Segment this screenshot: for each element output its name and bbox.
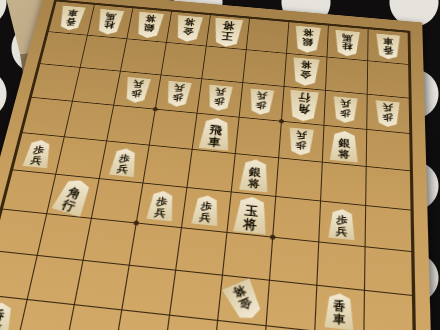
piece-kanji: 兵 (256, 91, 267, 101)
piece-kanji: 兵 (173, 83, 184, 93)
piece-kanji: 馬 (105, 11, 117, 20)
piece-kanji: 歩 (340, 108, 351, 118)
shogi-photo-scene: 歩兵歩兵 香車桂馬銀将金将王将銀将桂馬香車金将歩兵歩兵歩兵歩兵角行歩兵歩兵歩兵飛… (0, 0, 440, 330)
shogi-piece-gote-lance[interactable]: 香車 (56, 6, 85, 32)
piece-kanji: 行 (297, 92, 310, 104)
piece-kanji: 金 (299, 69, 311, 80)
pieces-layer: 香車桂馬銀将金将王将銀将桂馬香車金将歩兵歩兵歩兵歩兵角行歩兵歩兵歩兵飛車銀将歩兵… (0, 1, 415, 330)
piece-kanji: 兵 (30, 155, 43, 166)
piece-kanji: 銀 (301, 37, 312, 47)
piece-kanji: 将 (247, 177, 260, 190)
shogi-piece-sente-pawn[interactable]: 歩兵 (22, 139, 53, 168)
piece-kanji: 将 (243, 217, 258, 232)
shogi-piece-sente-pawn[interactable]: 歩兵 (109, 147, 139, 177)
piece-kanji: 銀 (142, 23, 154, 33)
shogi-piece-gote-king[interactable]: 王将 (212, 17, 244, 47)
shogi-piece-gote-pawn[interactable]: 歩兵 (333, 96, 358, 124)
shogi-piece-sente-pawn[interactable]: 歩兵 (328, 208, 355, 240)
piece-kanji: 馬 (342, 32, 352, 42)
shogi-piece-gote-pawn[interactable]: 歩兵 (164, 81, 192, 108)
piece-kanji: 金 (182, 26, 194, 36)
shogi-piece-gote-pawn[interactable]: 歩兵 (123, 77, 151, 104)
shogi-piece-gote-gold[interactable]: 金将 (291, 57, 319, 86)
piece-kanji: 歩 (295, 140, 306, 151)
shogi-piece-sente-bishop[interactable]: 角行 (51, 176, 95, 217)
shogi-piece-sente-silver[interactable]: 銀将 (330, 130, 359, 163)
shogi-piece-sente-lance[interactable]: 香車 (0, 301, 16, 330)
piece-kanji: 将 (144, 14, 156, 24)
piece-kanji: 行 (60, 197, 78, 213)
piece-kanji: 兵 (132, 79, 144, 89)
piece-kanji: 兵 (154, 207, 167, 219)
shogi-piece-gote-pawn[interactable]: 歩兵 (248, 88, 275, 115)
piece-kanji: 歩 (255, 100, 266, 110)
shogi-piece-gote-knight[interactable]: 桂馬 (334, 30, 360, 57)
piece-kanji: 兵 (296, 130, 307, 141)
board-perspective-wrap: 香車桂馬銀将金将王将銀将桂馬香車金将歩兵歩兵歩兵歩兵角行歩兵歩兵歩兵飛車銀将歩兵… (0, 0, 433, 330)
piece-kanji: 歩 (214, 96, 225, 106)
piece-kanji: 兵 (199, 211, 211, 223)
piece-kanji: 歩 (131, 88, 143, 98)
piece-kanji: 車 (67, 8, 79, 17)
shogi-piece-gote-silver[interactable]: 銀将 (293, 26, 321, 54)
piece-kanji: 歩 (172, 92, 184, 102)
piece-kanji: 角 (297, 103, 310, 115)
shogi-piece-sente-silver[interactable]: 銀将 (239, 158, 270, 192)
piece-kanji: 兵 (383, 102, 393, 112)
piece-kanji: 車 (207, 135, 221, 148)
shogi-board[interactable]: 香車桂馬銀将金将王将銀将桂馬香車金将歩兵歩兵歩兵歩兵角行歩兵歩兵歩兵飛車銀将歩兵… (0, 0, 433, 330)
piece-kanji: 車 (333, 313, 346, 327)
shogi-piece-gote-silver[interactable]: 銀将 (134, 12, 164, 39)
piece-kanji: 歩 (382, 112, 392, 122)
piece-kanji: 車 (0, 322, 3, 330)
shogi-piece-gote-pawn[interactable]: 歩兵 (206, 85, 233, 112)
shogi-piece-gote-gold[interactable]: 金将 (173, 15, 202, 43)
shogi-piece-sente-pawn[interactable]: 歩兵 (146, 190, 176, 222)
piece-kanji: 将 (222, 20, 235, 31)
piece-kanji: 兵 (116, 163, 128, 174)
piece-kanji: 将 (302, 28, 313, 38)
shogi-piece-gote-knight[interactable]: 桂馬 (95, 9, 125, 36)
shogi-piece-sente-pawn[interactable]: 歩兵 (191, 194, 221, 226)
piece-kanji: 将 (300, 60, 311, 71)
shogi-piece-sente-rook[interactable]: 飛車 (198, 117, 232, 151)
shogi-piece-sente-gold[interactable]: 金将 (221, 278, 266, 324)
shogi-piece-gote-pawn[interactable]: 歩兵 (375, 100, 400, 128)
shogi-piece-sente-king[interactable]: 玉将 (233, 195, 269, 234)
shogi-piece-gote-lance[interactable]: 香車 (375, 34, 400, 61)
piece-kanji: 将 (338, 148, 350, 160)
shogi-piece-gote-pawn[interactable]: 歩兵 (288, 127, 315, 156)
piece-kanji: 将 (183, 17, 195, 27)
piece-kanji: 兵 (336, 225, 348, 237)
piece-kanji: 車 (382, 36, 392, 46)
piece-kanji: 兵 (340, 99, 351, 109)
piece-kanji: 兵 (215, 87, 226, 97)
shogi-piece-gote-bishop[interactable]: 角行 (287, 90, 318, 123)
shogi-piece-sente-lance[interactable]: 香車 (324, 292, 354, 330)
